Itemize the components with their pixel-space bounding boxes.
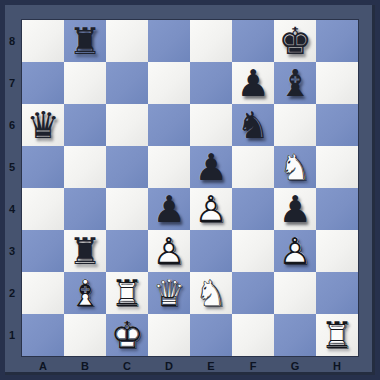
square-b4[interactable] [64,188,106,230]
square-d4[interactable]: ♟ [148,188,190,230]
piece-black-pawn[interactable]: ♟ [190,146,232,188]
black-pawn-icon: ♟ [190,146,232,188]
file-label-a: A [22,356,64,380]
black-pawn-icon: ♟ [274,188,316,230]
piece-white-queen[interactable]: ♛♕ [148,272,190,314]
piece-white-rook[interactable]: ♜♖ [316,314,358,356]
file-label-g: G [274,356,316,380]
black-pawn-icon: ♟ [148,188,190,230]
square-h6[interactable] [316,104,358,146]
square-e3[interactable] [190,230,232,272]
square-f7[interactable]: ♟ [232,62,274,104]
square-d5[interactable] [148,146,190,188]
square-g2[interactable] [274,272,316,314]
rank-label-6: 6 [0,104,22,146]
square-g3[interactable]: ♟♙ [274,230,316,272]
piece-white-rook[interactable]: ♜♖ [106,272,148,314]
white-pawn-outline-icon: ♙ [190,188,232,230]
square-b6[interactable] [64,104,106,146]
file-label-b: B [64,356,106,380]
square-g6[interactable] [274,104,316,146]
square-d1[interactable] [148,314,190,356]
square-c5[interactable] [106,146,148,188]
square-b2[interactable]: ♝♗ [64,272,106,314]
black-rook-icon: ♜ [64,230,106,272]
square-d3[interactable]: ♟♙ [148,230,190,272]
piece-black-pawn[interactable]: ♟ [148,188,190,230]
square-d6[interactable] [148,104,190,146]
square-c6[interactable] [106,104,148,146]
piece-black-rook[interactable]: ♜ [64,20,106,62]
square-e7[interactable] [190,62,232,104]
piece-white-knight[interactable]: ♞♘ [274,146,316,188]
white-bishop-outline-icon: ♗ [64,272,106,314]
square-h2[interactable] [316,272,358,314]
white-pawn-outline-icon: ♙ [148,230,190,272]
black-pawn-icon: ♟ [232,62,274,104]
white-knight-outline-icon: ♘ [190,272,232,314]
square-a5[interactable] [22,146,64,188]
square-f2[interactable] [232,272,274,314]
square-f8[interactable] [232,20,274,62]
piece-black-pawn[interactable]: ♟ [232,62,274,104]
white-knight-outline-icon: ♘ [274,146,316,188]
file-label-h: H [316,356,358,380]
square-a1[interactable] [22,314,64,356]
rank-label-3: 3 [0,230,22,272]
square-e6[interactable] [190,104,232,146]
file-label-f: F [232,356,274,380]
square-c8[interactable] [106,20,148,62]
rank-label-1: 1 [0,314,22,356]
square-a6[interactable]: ♛ [22,104,64,146]
rank-labels: 87654321 [0,20,22,356]
square-h7[interactable] [316,62,358,104]
square-h5[interactable] [316,146,358,188]
square-h1[interactable]: ♜♖ [316,314,358,356]
black-knight-icon: ♞ [232,104,274,146]
square-a8[interactable] [22,20,64,62]
square-f5[interactable] [232,146,274,188]
square-f1[interactable] [232,314,274,356]
square-f4[interactable] [232,188,274,230]
square-c1[interactable]: ♚♔ [106,314,148,356]
square-a4[interactable] [22,188,64,230]
square-e5[interactable]: ♟ [190,146,232,188]
rank-label-4: 4 [0,188,22,230]
piece-black-pawn[interactable]: ♟ [274,188,316,230]
piece-black-king[interactable]: ♚ [274,20,316,62]
black-rook-icon: ♜ [64,20,106,62]
rank-label-8: 8 [0,20,22,62]
piece-white-knight[interactable]: ♞♘ [190,272,232,314]
rank-label-7: 7 [0,62,22,104]
square-b1[interactable] [64,314,106,356]
piece-white-king[interactable]: ♚♔ [106,314,148,356]
square-f6[interactable]: ♞ [232,104,274,146]
square-g1[interactable] [274,314,316,356]
square-e2[interactable]: ♞♘ [190,272,232,314]
square-g7[interactable]: ♝ [274,62,316,104]
square-d7[interactable] [148,62,190,104]
rank-label-5: 5 [0,146,22,188]
file-label-d: D [148,356,190,380]
file-label-c: C [106,356,148,380]
square-g4[interactable]: ♟ [274,188,316,230]
square-h4[interactable] [316,188,358,230]
square-a3[interactable] [22,230,64,272]
square-g8[interactable]: ♚ [274,20,316,62]
square-b8[interactable]: ♜ [64,20,106,62]
square-e1[interactable] [190,314,232,356]
white-pawn-outline-icon: ♙ [274,230,316,272]
white-rook-outline-icon: ♖ [316,314,358,356]
square-a7[interactable] [22,62,64,104]
piece-white-pawn[interactable]: ♟♙ [148,230,190,272]
piece-white-pawn[interactable]: ♟♙ [190,188,232,230]
file-label-e: E [190,356,232,380]
square-g5[interactable]: ♞♘ [274,146,316,188]
black-bishop-icon: ♝ [274,62,316,104]
square-b3[interactable]: ♜ [64,230,106,272]
square-d8[interactable] [148,20,190,62]
square-c3[interactable] [106,230,148,272]
piece-black-queen[interactable]: ♛ [22,104,64,146]
square-h8[interactable] [316,20,358,62]
square-c4[interactable] [106,188,148,230]
white-rook-outline-icon: ♖ [106,272,148,314]
square-a2[interactable] [22,272,64,314]
chess-board-frame: 87654321 ♜♚♟♝♛♞♟♞♘♟♟♙♟♜♟♙♟♙♝♗♜♖♛♕♞♘♚♔♜♖ … [0,0,380,380]
black-queen-icon: ♛ [22,104,64,146]
piece-black-bishop[interactable]: ♝ [274,62,316,104]
piece-white-bishop[interactable]: ♝♗ [64,272,106,314]
square-b7[interactable] [64,62,106,104]
rank-label-2: 2 [0,272,22,314]
square-e8[interactable] [190,20,232,62]
white-king-outline-icon: ♔ [106,314,148,356]
black-king-icon: ♚ [274,20,316,62]
piece-black-rook[interactable]: ♜ [64,230,106,272]
square-e4[interactable]: ♟♙ [190,188,232,230]
piece-black-knight[interactable]: ♞ [232,104,274,146]
square-d2[interactable]: ♛♕ [148,272,190,314]
square-b5[interactable] [64,146,106,188]
piece-white-pawn[interactable]: ♟♙ [274,230,316,272]
file-labels: ABCDEFGH [22,356,358,380]
square-f3[interactable] [232,230,274,272]
chess-board: ♜♚♟♝♛♞♟♞♘♟♟♙♟♜♟♙♟♙♝♗♜♖♛♕♞♘♚♔♜♖ [22,20,358,356]
square-c7[interactable] [106,62,148,104]
square-h3[interactable] [316,230,358,272]
white-queen-outline-icon: ♕ [148,272,190,314]
square-c2[interactable]: ♜♖ [106,272,148,314]
